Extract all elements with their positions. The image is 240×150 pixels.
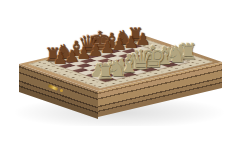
chess-piece-light-rook: ♜ bbox=[96, 61, 116, 83]
chess-piece-dark-pawn: ♟ bbox=[53, 51, 68, 68]
pieces-layer: ♜♞♝♛♚♝♞♜♟♟♟♟♟♟♟♟♟♟♟♟♟♟♟♟♜♞♝♛♚♝♞♜ bbox=[0, 0, 240, 150]
chess-set-photo: ♜♞♝♛♚♝♞♜♟♟♟♟♟♟♟♟♟♟♟♟♟♟♟♟♜♞♝♛♚♝♞♜ bbox=[0, 0, 240, 150]
